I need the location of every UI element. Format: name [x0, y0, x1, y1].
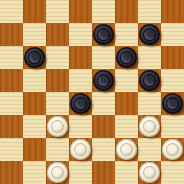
square-r2c3[interactable] — [69, 46, 92, 69]
square-r0c6 — [138, 0, 161, 23]
square-r7c4[interactable] — [92, 161, 115, 184]
square-r2c7[interactable] — [161, 46, 184, 69]
square-r0c1[interactable] — [23, 0, 46, 23]
square-r1c1 — [23, 23, 46, 46]
black-man-piece[interactable] — [162, 93, 183, 114]
white-man-piece[interactable] — [139, 162, 160, 183]
black-man-piece[interactable] — [139, 24, 160, 45]
square-r5c0[interactable] — [0, 115, 23, 138]
square-r1c6[interactable] — [138, 23, 161, 46]
white-man-piece[interactable] — [116, 139, 137, 160]
square-r1c0[interactable] — [0, 23, 23, 46]
square-r2c1[interactable] — [23, 46, 46, 69]
black-man-piece[interactable] — [24, 47, 45, 68]
square-r7c2[interactable] — [46, 161, 69, 184]
square-r6c2 — [46, 138, 69, 161]
square-r5c5 — [115, 115, 138, 138]
square-r0c2 — [46, 0, 69, 23]
square-r6c6 — [138, 138, 161, 161]
square-r7c1 — [23, 161, 46, 184]
square-r7c6[interactable] — [138, 161, 161, 184]
square-r1c2[interactable] — [46, 23, 69, 46]
square-r2c2 — [46, 46, 69, 69]
square-r0c5[interactable] — [115, 0, 138, 23]
square-r0c0 — [0, 0, 23, 23]
square-r2c5[interactable] — [115, 46, 138, 69]
white-man-piece[interactable] — [70, 139, 91, 160]
square-r1c5 — [115, 23, 138, 46]
square-r4c6 — [138, 92, 161, 115]
square-r6c3[interactable] — [69, 138, 92, 161]
square-r3c7 — [161, 69, 184, 92]
square-r1c3 — [69, 23, 92, 46]
square-r6c7[interactable] — [161, 138, 184, 161]
square-r3c3 — [69, 69, 92, 92]
black-man-piece[interactable] — [139, 70, 160, 91]
square-r2c4 — [92, 46, 115, 69]
square-r5c4[interactable] — [92, 115, 115, 138]
square-r3c6[interactable] — [138, 69, 161, 92]
square-r4c0 — [0, 92, 23, 115]
square-r4c4 — [92, 92, 115, 115]
square-r6c0 — [0, 138, 23, 161]
square-r0c3[interactable] — [69, 0, 92, 23]
square-r2c6 — [138, 46, 161, 69]
square-r5c1 — [23, 115, 46, 138]
square-r4c5[interactable] — [115, 92, 138, 115]
square-r6c5[interactable] — [115, 138, 138, 161]
square-r6c1[interactable] — [23, 138, 46, 161]
square-r1c4[interactable] — [92, 23, 115, 46]
black-man-piece[interactable] — [93, 70, 114, 91]
square-r7c5 — [115, 161, 138, 184]
white-man-piece[interactable] — [139, 116, 160, 137]
black-man-piece[interactable] — [116, 47, 137, 68]
square-r3c5 — [115, 69, 138, 92]
square-r3c4[interactable] — [92, 69, 115, 92]
square-r0c4 — [92, 0, 115, 23]
square-r5c6[interactable] — [138, 115, 161, 138]
square-r1c7 — [161, 23, 184, 46]
white-man-piece[interactable] — [47, 162, 68, 183]
square-r2c0 — [0, 46, 23, 69]
square-r7c3 — [69, 161, 92, 184]
white-man-piece[interactable] — [162, 139, 183, 160]
square-r3c1 — [23, 69, 46, 92]
square-r5c3 — [69, 115, 92, 138]
square-r3c0[interactable] — [0, 69, 23, 92]
checkers-board — [0, 0, 184, 184]
square-r3c2[interactable] — [46, 69, 69, 92]
black-man-piece[interactable] — [70, 93, 91, 114]
square-r4c7[interactable] — [161, 92, 184, 115]
white-man-piece[interactable] — [47, 116, 68, 137]
square-r0c7[interactable] — [161, 0, 184, 23]
black-man-piece[interactable] — [93, 24, 114, 45]
square-r7c7 — [161, 161, 184, 184]
square-r7c0[interactable] — [0, 161, 23, 184]
square-r5c2[interactable] — [46, 115, 69, 138]
square-r6c4 — [92, 138, 115, 161]
square-r4c2 — [46, 92, 69, 115]
square-r5c7 — [161, 115, 184, 138]
square-r4c3[interactable] — [69, 92, 92, 115]
square-r4c1[interactable] — [23, 92, 46, 115]
